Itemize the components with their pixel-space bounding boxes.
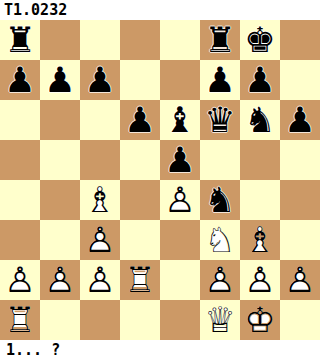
square-h2[interactable]: ♟♙ xyxy=(280,260,320,300)
chess-board: ♜♜♚♟♟♟♟♟♟♝♛♞♟♟♝♗♟♙♞♟♙♞♘♝♗♟♙♟♙♟♙♜♖♟♙♟♙♟♙♜… xyxy=(0,20,320,340)
white-pawn: ♟♙ xyxy=(80,220,120,260)
square-h5[interactable] xyxy=(280,140,320,180)
black-rook: ♜ xyxy=(200,20,240,60)
square-g3[interactable]: ♝♗ xyxy=(240,220,280,260)
square-c1[interactable] xyxy=(80,300,120,340)
piece-glyph: ♜ xyxy=(0,20,40,60)
square-c4[interactable]: ♝♗ xyxy=(80,180,120,220)
piece-outline: ♙ xyxy=(80,220,120,260)
square-e4[interactable]: ♟♙ xyxy=(160,180,200,220)
square-b6[interactable] xyxy=(40,100,80,140)
square-f3[interactable]: ♞♘ xyxy=(200,220,240,260)
square-a6[interactable] xyxy=(0,100,40,140)
piece-outline: ♗ xyxy=(80,180,120,220)
square-h1[interactable] xyxy=(280,300,320,340)
piece-outline: ♕ xyxy=(200,300,240,340)
white-pawn: ♟♙ xyxy=(80,260,120,300)
piece-outline: ♙ xyxy=(160,180,200,220)
square-a7[interactable]: ♟ xyxy=(0,60,40,100)
square-f1[interactable]: ♛♕ xyxy=(200,300,240,340)
square-g8[interactable]: ♚ xyxy=(240,20,280,60)
black-rook: ♜ xyxy=(0,20,40,60)
square-h4[interactable] xyxy=(280,180,320,220)
piece-outline: ♙ xyxy=(200,260,240,300)
square-a5[interactable] xyxy=(0,140,40,180)
white-rook: ♜♖ xyxy=(0,300,40,340)
piece-outline: ♘ xyxy=(200,220,240,260)
square-c3[interactable]: ♟♙ xyxy=(80,220,120,260)
square-c2[interactable]: ♟♙ xyxy=(80,260,120,300)
black-pawn: ♟ xyxy=(40,60,80,100)
piece-glyph: ♚ xyxy=(240,20,280,60)
square-d2[interactable]: ♜♖ xyxy=(120,260,160,300)
square-h7[interactable] xyxy=(280,60,320,100)
square-b2[interactable]: ♟♙ xyxy=(40,260,80,300)
white-bishop: ♝♗ xyxy=(240,220,280,260)
square-h3[interactable] xyxy=(280,220,320,260)
piece-glyph: ♜ xyxy=(200,20,240,60)
square-d5[interactable] xyxy=(120,140,160,180)
white-bishop: ♝♗ xyxy=(80,180,120,220)
piece-glyph: ♟ xyxy=(200,60,240,100)
piece-outline: ♔ xyxy=(240,300,280,340)
white-pawn: ♟♙ xyxy=(160,180,200,220)
white-pawn: ♟♙ xyxy=(240,260,280,300)
white-queen: ♛♕ xyxy=(200,300,240,340)
square-b8[interactable] xyxy=(40,20,80,60)
square-c5[interactable] xyxy=(80,140,120,180)
piece-glyph: ♝ xyxy=(160,100,200,140)
piece-outline: ♙ xyxy=(240,260,280,300)
square-b7[interactable]: ♟ xyxy=(40,60,80,100)
status-bar: 1... ? xyxy=(0,340,320,360)
piece-outline: ♙ xyxy=(40,260,80,300)
black-pawn: ♟ xyxy=(160,140,200,180)
title-bar: T1.0232 xyxy=(0,0,320,20)
black-knight: ♞ xyxy=(200,180,240,220)
square-b4[interactable] xyxy=(40,180,80,220)
piece-glyph: ♞ xyxy=(200,180,240,220)
square-g4[interactable] xyxy=(240,180,280,220)
white-pawn: ♟♙ xyxy=(200,260,240,300)
piece-glyph: ♞ xyxy=(240,100,280,140)
black-pawn: ♟ xyxy=(120,100,160,140)
square-f5[interactable] xyxy=(200,140,240,180)
piece-glyph: ♛ xyxy=(200,100,240,140)
square-g1[interactable]: ♚♔ xyxy=(240,300,280,340)
square-d4[interactable] xyxy=(120,180,160,220)
square-d1[interactable] xyxy=(120,300,160,340)
piece-outline: ♖ xyxy=(0,300,40,340)
black-pawn: ♟ xyxy=(240,60,280,100)
square-c7[interactable]: ♟ xyxy=(80,60,120,100)
square-e3[interactable] xyxy=(160,220,200,260)
square-d3[interactable] xyxy=(120,220,160,260)
white-pawn: ♟♙ xyxy=(280,260,320,300)
piece-glyph: ♟ xyxy=(160,140,200,180)
square-f4[interactable]: ♞ xyxy=(200,180,240,220)
black-queen: ♛ xyxy=(200,100,240,140)
black-pawn: ♟ xyxy=(280,100,320,140)
piece-outline: ♙ xyxy=(0,260,40,300)
square-a3[interactable] xyxy=(0,220,40,260)
white-king: ♚♔ xyxy=(240,300,280,340)
square-a8[interactable]: ♜ xyxy=(0,20,40,60)
square-d7[interactable] xyxy=(120,60,160,100)
piece-glyph: ♟ xyxy=(0,60,40,100)
square-g2[interactable]: ♟♙ xyxy=(240,260,280,300)
black-knight: ♞ xyxy=(240,100,280,140)
square-d8[interactable] xyxy=(120,20,160,60)
square-e5[interactable]: ♟ xyxy=(160,140,200,180)
piece-glyph: ♟ xyxy=(120,100,160,140)
white-pawn: ♟♙ xyxy=(0,260,40,300)
puzzle-id: T1.0232 xyxy=(0,0,67,20)
square-b3[interactable] xyxy=(40,220,80,260)
square-e1[interactable] xyxy=(160,300,200,340)
square-d6[interactable]: ♟ xyxy=(120,100,160,140)
white-knight: ♞♘ xyxy=(200,220,240,260)
square-e8[interactable] xyxy=(160,20,200,60)
square-b1[interactable] xyxy=(40,300,80,340)
black-king: ♚ xyxy=(240,20,280,60)
black-bishop: ♝ xyxy=(160,100,200,140)
black-pawn: ♟ xyxy=(80,60,120,100)
square-a4[interactable] xyxy=(0,180,40,220)
chess-puzzle-app: T1.0232 ♜♜♚♟♟♟♟♟♟♝♛♞♟♟♝♗♟♙♞♟♙♞♘♝♗♟♙♟♙♟♙♜… xyxy=(0,0,320,360)
piece-glyph: ♟ xyxy=(40,60,80,100)
square-f8[interactable]: ♜ xyxy=(200,20,240,60)
black-pawn: ♟ xyxy=(0,60,40,100)
piece-outline: ♗ xyxy=(240,220,280,260)
piece-glyph: ♟ xyxy=(80,60,120,100)
black-pawn: ♟ xyxy=(200,60,240,100)
square-f7[interactable]: ♟ xyxy=(200,60,240,100)
square-h6[interactable]: ♟ xyxy=(280,100,320,140)
square-c6[interactable] xyxy=(80,100,120,140)
piece-outline: ♙ xyxy=(280,260,320,300)
piece-glyph: ♟ xyxy=(240,60,280,100)
move-prompt: 1... ? xyxy=(0,340,60,360)
square-g7[interactable]: ♟ xyxy=(240,60,280,100)
square-f6[interactable]: ♛ xyxy=(200,100,240,140)
square-e2[interactable] xyxy=(160,260,200,300)
square-e6[interactable]: ♝ xyxy=(160,100,200,140)
square-e7[interactable] xyxy=(160,60,200,100)
square-a1[interactable]: ♜♖ xyxy=(0,300,40,340)
square-a2[interactable]: ♟♙ xyxy=(0,260,40,300)
square-g6[interactable]: ♞ xyxy=(240,100,280,140)
square-g5[interactable] xyxy=(240,140,280,180)
square-h8[interactable] xyxy=(280,20,320,60)
piece-outline: ♙ xyxy=(80,260,120,300)
white-pawn: ♟♙ xyxy=(40,260,80,300)
piece-glyph: ♟ xyxy=(280,100,320,140)
square-c8[interactable] xyxy=(80,20,120,60)
square-f2[interactable]: ♟♙ xyxy=(200,260,240,300)
white-rook: ♜♖ xyxy=(120,260,160,300)
piece-outline: ♖ xyxy=(120,260,160,300)
square-b5[interactable] xyxy=(40,140,80,180)
